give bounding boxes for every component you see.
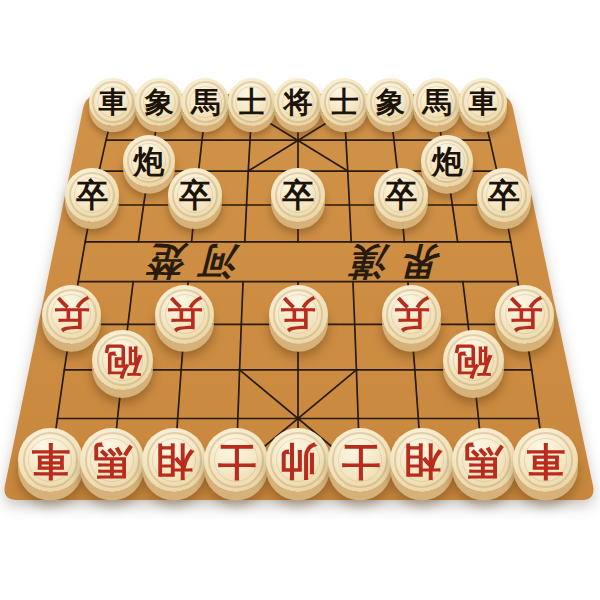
piece-black-horse[interactable]: 馬 <box>181 78 229 126</box>
pieces-layer: 車象馬士将士象馬車炮炮卒卒卒卒卒兵兵兵兵兵砲砲車馬相士帅士相馬車 <box>0 0 600 600</box>
black-soldier-glyph: 卒 <box>179 179 211 211</box>
black-chariot-glyph: 車 <box>468 88 497 117</box>
black-elephant-glyph: 象 <box>376 88 405 117</box>
piece-black-soldier[interactable]: 卒 <box>477 168 531 222</box>
red-general-glyph: 帅 <box>279 441 318 480</box>
black-cannon-glyph: 炮 <box>133 146 164 177</box>
piece-red-cannon[interactable]: 砲 <box>443 330 504 391</box>
red-chariot-glyph: 車 <box>526 441 565 480</box>
black-advisor-glyph: 士 <box>330 88 359 117</box>
piece-red-elephant[interactable]: 相 <box>142 428 206 492</box>
black-general-glyph: 将 <box>283 88 312 117</box>
piece-black-advisor[interactable]: 士 <box>228 78 276 126</box>
black-soldier-glyph: 卒 <box>76 179 108 211</box>
black-horse-glyph: 馬 <box>191 88 220 117</box>
piece-black-cannon[interactable]: 炮 <box>421 135 473 187</box>
red-soldier-glyph: 兵 <box>507 297 542 332</box>
piece-black-chariot[interactable]: 車 <box>89 78 137 126</box>
red-advisor-glyph: 士 <box>217 441 256 480</box>
piece-black-soldier[interactable]: 卒 <box>168 168 222 222</box>
piece-black-soldier[interactable]: 卒 <box>65 168 119 222</box>
red-elephant-glyph: 相 <box>403 441 442 480</box>
black-soldier-glyph: 卒 <box>385 179 417 211</box>
red-soldier-glyph: 兵 <box>54 297 89 332</box>
piece-red-soldier[interactable]: 兵 <box>382 285 441 344</box>
red-advisor-glyph: 士 <box>341 441 380 480</box>
piece-red-horse[interactable]: 馬 <box>452 428 516 492</box>
red-soldier-glyph: 兵 <box>280 297 315 332</box>
black-advisor-glyph: 士 <box>237 88 266 117</box>
red-cannon-glyph: 砲 <box>455 342 492 379</box>
xiangqi-board-photo: 河楚界漢 車象馬士将士象馬車炮炮卒卒卒卒卒兵兵兵兵兵砲砲車馬相士帅士相馬車 <box>0 0 600 600</box>
piece-black-elephant[interactable]: 象 <box>135 78 183 126</box>
piece-black-elephant[interactable]: 象 <box>366 78 414 126</box>
black-elephant-glyph: 象 <box>145 88 174 117</box>
red-cannon-glyph: 砲 <box>105 342 142 379</box>
piece-black-chariot[interactable]: 車 <box>459 78 507 126</box>
black-chariot-glyph: 車 <box>99 88 128 117</box>
black-cannon-glyph: 炮 <box>432 146 463 177</box>
black-horse-glyph: 馬 <box>422 88 451 117</box>
piece-red-cannon[interactable]: 砲 <box>92 330 153 391</box>
red-horse-glyph: 馬 <box>93 441 132 480</box>
red-chariot-glyph: 車 <box>31 441 70 480</box>
piece-red-soldier[interactable]: 兵 <box>495 285 554 344</box>
piece-red-soldier[interactable]: 兵 <box>155 285 214 344</box>
piece-red-horse[interactable]: 馬 <box>80 428 144 492</box>
piece-red-soldier[interactable]: 兵 <box>269 285 328 344</box>
red-horse-glyph: 馬 <box>464 441 503 480</box>
piece-black-advisor[interactable]: 士 <box>320 78 368 126</box>
piece-black-horse[interactable]: 馬 <box>413 78 461 126</box>
black-soldier-glyph: 卒 <box>282 179 314 211</box>
piece-black-general[interactable]: 将 <box>274 78 322 126</box>
piece-black-cannon[interactable]: 炮 <box>123 135 175 187</box>
red-soldier-glyph: 兵 <box>167 297 202 332</box>
piece-red-elephant[interactable]: 相 <box>390 428 454 492</box>
piece-red-chariot[interactable]: 車 <box>513 428 577 492</box>
piece-red-chariot[interactable]: 車 <box>18 428 82 492</box>
red-elephant-glyph: 相 <box>155 441 194 480</box>
piece-black-soldier[interactable]: 卒 <box>271 168 325 222</box>
black-soldier-glyph: 卒 <box>488 179 520 211</box>
piece-red-advisor[interactable]: 士 <box>204 428 268 492</box>
piece-red-general[interactable]: 帅 <box>266 428 330 492</box>
piece-red-soldier[interactable]: 兵 <box>42 285 101 344</box>
piece-black-soldier[interactable]: 卒 <box>374 168 428 222</box>
red-soldier-glyph: 兵 <box>394 297 429 332</box>
piece-red-advisor[interactable]: 士 <box>328 428 392 492</box>
